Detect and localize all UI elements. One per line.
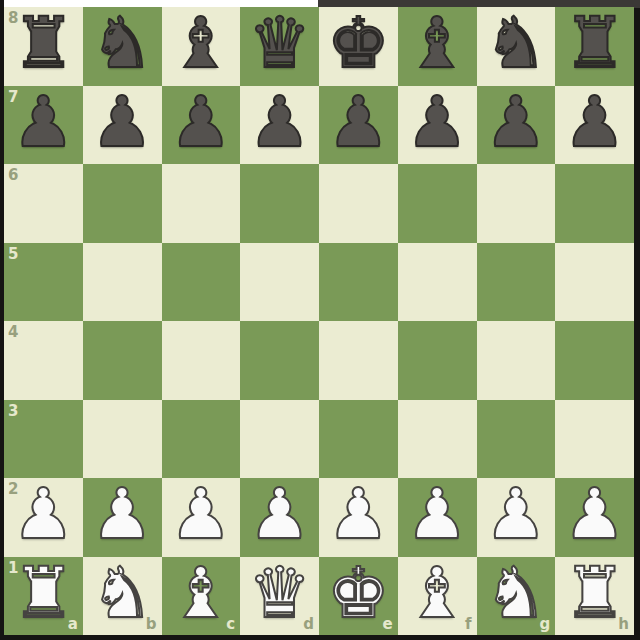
piece-black-pawn-g7[interactable]: ♟ xyxy=(484,83,547,161)
square-h5[interactable] xyxy=(555,243,634,322)
square-h7[interactable]: ♟ xyxy=(555,86,634,165)
rank-label-5: 5 xyxy=(8,247,18,262)
piece-white-knight-g1[interactable]: ♞ xyxy=(484,554,547,632)
square-e1[interactable]: e♚ xyxy=(319,557,398,636)
square-c1[interactable]: c♝ xyxy=(162,557,241,636)
square-d8[interactable]: ♛ xyxy=(240,7,319,86)
square-d4[interactable] xyxy=(240,321,319,400)
piece-black-rook-a8[interactable]: ♜ xyxy=(12,4,75,82)
square-h4[interactable] xyxy=(555,321,634,400)
square-f8[interactable]: ♝ xyxy=(398,7,477,86)
square-a3[interactable]: 3 xyxy=(4,400,83,479)
square-d1[interactable]: d♛ xyxy=(240,557,319,636)
piece-white-pawn-d2[interactable]: ♟ xyxy=(248,475,311,553)
square-b3[interactable] xyxy=(83,400,162,479)
square-f7[interactable]: ♟ xyxy=(398,86,477,165)
piece-white-rook-a1[interactable]: ♜ xyxy=(12,554,75,632)
piece-black-pawn-h7[interactable]: ♟ xyxy=(563,83,626,161)
piece-white-pawn-e2[interactable]: ♟ xyxy=(327,475,390,553)
piece-black-king-e8[interactable]: ♚ xyxy=(327,4,390,82)
square-b1[interactable]: b♞ xyxy=(83,557,162,636)
piece-white-pawn-b2[interactable]: ♟ xyxy=(91,475,154,553)
square-c5[interactable] xyxy=(162,243,241,322)
rank-label-3: 3 xyxy=(8,404,18,419)
piece-white-queen-d1[interactable]: ♛ xyxy=(248,554,311,632)
square-g3[interactable] xyxy=(477,400,556,479)
square-a7[interactable]: 7♟ xyxy=(4,86,83,165)
square-b4[interactable] xyxy=(83,321,162,400)
piece-black-knight-b8[interactable]: ♞ xyxy=(91,4,154,82)
square-g5[interactable] xyxy=(477,243,556,322)
piece-white-rook-h1[interactable]: ♜ xyxy=(563,554,626,632)
square-h8[interactable]: ♜ xyxy=(555,7,634,86)
square-h2[interactable]: ♟ xyxy=(555,478,634,557)
square-d6[interactable] xyxy=(240,164,319,243)
square-d7[interactable]: ♟ xyxy=(240,86,319,165)
square-c8[interactable]: ♝ xyxy=(162,7,241,86)
piece-white-knight-b1[interactable]: ♞ xyxy=(91,554,154,632)
square-a1[interactable]: 1a♜ xyxy=(4,557,83,636)
square-b5[interactable] xyxy=(83,243,162,322)
square-d3[interactable] xyxy=(240,400,319,479)
piece-black-bishop-f8[interactable]: ♝ xyxy=(406,4,469,82)
square-c7[interactable]: ♟ xyxy=(162,86,241,165)
chess-board: 8♜♞♝♛♚♝♞♜7♟♟♟♟♟♟♟♟65432♟♟♟♟♟♟♟♟1a♜b♞c♝d♛… xyxy=(4,7,634,635)
piece-black-pawn-c7[interactable]: ♟ xyxy=(169,83,232,161)
square-f3[interactable] xyxy=(398,400,477,479)
square-e2[interactable]: ♟ xyxy=(319,478,398,557)
piece-white-bishop-c1[interactable]: ♝ xyxy=(169,554,232,632)
piece-black-pawn-a7[interactable]: ♟ xyxy=(12,83,75,161)
square-e6[interactable] xyxy=(319,164,398,243)
square-f5[interactable] xyxy=(398,243,477,322)
square-a4[interactable]: 4 xyxy=(4,321,83,400)
piece-black-rook-h8[interactable]: ♜ xyxy=(563,4,626,82)
square-b8[interactable]: ♞ xyxy=(83,7,162,86)
square-a8[interactable]: 8♜ xyxy=(4,7,83,86)
square-c2[interactable]: ♟ xyxy=(162,478,241,557)
piece-white-pawn-g2[interactable]: ♟ xyxy=(484,475,547,553)
piece-black-pawn-b7[interactable]: ♟ xyxy=(91,83,154,161)
square-b6[interactable] xyxy=(83,164,162,243)
square-e7[interactable]: ♟ xyxy=(319,86,398,165)
square-c3[interactable] xyxy=(162,400,241,479)
square-e3[interactable] xyxy=(319,400,398,479)
square-g6[interactable] xyxy=(477,164,556,243)
square-f6[interactable] xyxy=(398,164,477,243)
piece-black-queen-d8[interactable]: ♛ xyxy=(248,4,311,82)
piece-white-pawn-a2[interactable]: ♟ xyxy=(12,475,75,553)
piece-white-bishop-f1[interactable]: ♝ xyxy=(406,554,469,632)
piece-white-pawn-f2[interactable]: ♟ xyxy=(406,475,469,553)
piece-white-pawn-h2[interactable]: ♟ xyxy=(563,475,626,553)
chess-app-stage: 8♜♞♝♛♚♝♞♜7♟♟♟♟♟♟♟♟65432♟♟♟♟♟♟♟♟1a♜b♞c♝d♛… xyxy=(0,0,640,640)
square-d5[interactable] xyxy=(240,243,319,322)
square-e8[interactable]: ♚ xyxy=(319,7,398,86)
square-d2[interactable]: ♟ xyxy=(240,478,319,557)
square-a6[interactable]: 6 xyxy=(4,164,83,243)
piece-white-pawn-c2[interactable]: ♟ xyxy=(169,475,232,553)
square-b7[interactable]: ♟ xyxy=(83,86,162,165)
square-g2[interactable]: ♟ xyxy=(477,478,556,557)
square-g7[interactable]: ♟ xyxy=(477,86,556,165)
piece-black-bishop-c8[interactable]: ♝ xyxy=(169,4,232,82)
square-c4[interactable] xyxy=(162,321,241,400)
piece-black-pawn-e7[interactable]: ♟ xyxy=(327,83,390,161)
rank-label-6: 6 xyxy=(8,168,18,183)
square-e5[interactable] xyxy=(319,243,398,322)
square-h6[interactable] xyxy=(555,164,634,243)
square-e4[interactable] xyxy=(319,321,398,400)
piece-white-king-e1[interactable]: ♚ xyxy=(327,554,390,632)
piece-black-pawn-d7[interactable]: ♟ xyxy=(248,83,311,161)
square-f2[interactable]: ♟ xyxy=(398,478,477,557)
square-g1[interactable]: g♞ xyxy=(477,557,556,636)
square-g4[interactable] xyxy=(477,321,556,400)
square-c6[interactable] xyxy=(162,164,241,243)
square-f4[interactable] xyxy=(398,321,477,400)
square-a5[interactable]: 5 xyxy=(4,243,83,322)
square-h3[interactable] xyxy=(555,400,634,479)
square-b2[interactable]: ♟ xyxy=(83,478,162,557)
rank-label-4: 4 xyxy=(8,325,18,340)
piece-black-knight-g8[interactable]: ♞ xyxy=(484,4,547,82)
square-a2[interactable]: 2♟ xyxy=(4,478,83,557)
square-g8[interactable]: ♞ xyxy=(477,7,556,86)
piece-black-pawn-f7[interactable]: ♟ xyxy=(406,83,469,161)
square-h1[interactable]: h♜ xyxy=(555,557,634,636)
square-f1[interactable]: f♝ xyxy=(398,557,477,636)
